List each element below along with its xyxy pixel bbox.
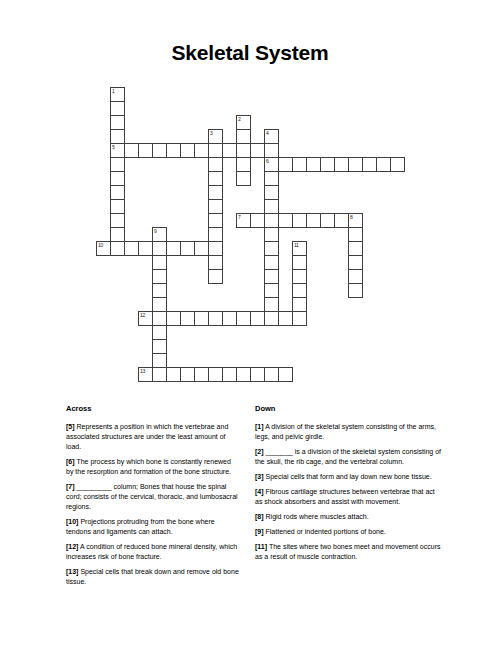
- grid-cell[interactable]: [152, 325, 167, 340]
- word-5-across: [110, 143, 279, 158]
- grid-cell[interactable]: [264, 367, 279, 382]
- clue-number-label: 2: [238, 117, 240, 122]
- grid-cell[interactable]: [138, 143, 153, 158]
- grid-cell[interactable]: [180, 367, 195, 382]
- grid-cell[interactable]: [110, 129, 125, 144]
- clue-text: _______ is a division of the skeletal sy…: [255, 448, 441, 465]
- grid-cell[interactable]: [264, 269, 279, 284]
- grid-cell[interactable]: [152, 367, 167, 382]
- grid-cell[interactable]: [208, 199, 223, 214]
- clue-across-13: [13] Special cells that break down and r…: [66, 567, 240, 587]
- clue-text: Special cells that break down and remove…: [66, 568, 239, 585]
- clue-number-label: 5: [112, 145, 114, 150]
- grid-cell[interactable]: [166, 367, 181, 382]
- grid-cell[interactable]: [264, 143, 279, 158]
- word-8-down: [348, 213, 363, 298]
- grid-cell[interactable]: [124, 241, 139, 256]
- grid-cell[interactable]: [264, 171, 279, 186]
- clue-number-label: 11: [294, 243, 299, 248]
- clue-number-label: 8: [350, 215, 352, 220]
- clue-text: Special cells that form and lay down new…: [266, 473, 432, 480]
- grid-cell[interactable]: [208, 311, 223, 326]
- grid-cell[interactable]: [166, 311, 181, 326]
- grid-cell[interactable]: [152, 241, 167, 256]
- grid-cell[interactable]: [208, 269, 223, 284]
- word-7-across: [236, 213, 363, 228]
- grid-cell[interactable]: [348, 269, 363, 284]
- grid-cell[interactable]: [264, 213, 279, 228]
- grid-cell[interactable]: [264, 311, 279, 326]
- clue-label: [8]: [255, 513, 264, 520]
- clue-text: Flattened or indented portions of bone.: [266, 528, 386, 535]
- clue-label: [13]: [66, 568, 78, 575]
- crossword-grid: 56710121312348911: [96, 87, 406, 383]
- grid-cell[interactable]: [236, 129, 251, 144]
- grid-cell[interactable]: [278, 213, 293, 228]
- clue-number-label: 3: [210, 131, 212, 136]
- grid-cell[interactable]: [208, 213, 223, 228]
- word-9-down: [152, 227, 167, 382]
- grid-cell[interactable]: [180, 311, 195, 326]
- clue-across-12: [12] A condition of reduced bone mineral…: [66, 542, 240, 562]
- grid-cell[interactable]: [208, 367, 223, 382]
- clue-number-label: 13: [140, 369, 145, 374]
- grid-cell[interactable]: [208, 185, 223, 200]
- clue-down-2: [2] _______ is a division of the skeleta…: [255, 447, 443, 467]
- grid-cell[interactable]: [194, 143, 209, 158]
- grid-cell[interactable]: [138, 241, 153, 256]
- grid-cell[interactable]: [348, 157, 363, 172]
- grid-cell[interactable]: [152, 269, 167, 284]
- grid-cell[interactable]: [236, 143, 251, 158]
- grid-cell[interactable]: [348, 227, 363, 242]
- grid-cell[interactable]: [264, 241, 279, 256]
- across-header: Across: [66, 404, 240, 413]
- grid-cell[interactable]: [152, 353, 167, 368]
- grid-cell[interactable]: [152, 311, 167, 326]
- clue-text: Represents a position in which the verte…: [66, 423, 228, 450]
- grid-cell[interactable]: [376, 157, 391, 172]
- grid-cell[interactable]: [180, 241, 195, 256]
- clue-across-7: [7] _________ column; Bones that house t…: [66, 482, 240, 512]
- grid-cell[interactable]: [334, 157, 349, 172]
- grid-cell[interactable]: [292, 297, 307, 312]
- grid-cell[interactable]: [222, 143, 237, 158]
- grid-cell[interactable]: [208, 157, 223, 172]
- clue-text: Fibrous cartilage structures between ver…: [255, 488, 435, 505]
- clue-down-4: [4] Fibrous cartilage structures between…: [255, 487, 443, 507]
- grid-cell[interactable]: [390, 157, 405, 172]
- grid-cell[interactable]: [152, 283, 167, 298]
- grid-cell[interactable]: [306, 213, 321, 228]
- grid-cell[interactable]: [264, 185, 279, 200]
- grid-cell[interactable]: [180, 143, 195, 158]
- clue-across-10: [10] Projections protruding from the bon…: [66, 517, 240, 537]
- grid-cell[interactable]: [110, 213, 125, 228]
- page-title: Skeletal System: [0, 41, 500, 65]
- grid-cell[interactable]: [292, 213, 307, 228]
- grid-cell[interactable]: [250, 143, 265, 158]
- grid-cell[interactable]: [264, 297, 279, 312]
- grid-cell[interactable]: [194, 367, 209, 382]
- word-3-down: [208, 129, 223, 284]
- grid-cell[interactable]: [236, 157, 251, 172]
- grid-cell[interactable]: [278, 367, 293, 382]
- clue-text: _________ column; Bones that house the s…: [66, 483, 238, 510]
- grid-cell[interactable]: [110, 157, 125, 172]
- clue-label: [1]: [255, 423, 264, 430]
- clue-down-1: [1] A division of the skeletal system co…: [255, 422, 443, 442]
- clue-text: Projections protruding from the bone whe…: [66, 518, 215, 535]
- grid-cell[interactable]: [166, 143, 181, 158]
- clue-text: A condition of reduced bone mineral dens…: [66, 543, 237, 560]
- grid-cell[interactable]: [292, 255, 307, 270]
- grid-cell[interactable]: [208, 255, 223, 270]
- clue-across-5: [5] Represents a position in which the v…: [66, 422, 240, 452]
- across-clues-section: Across [5] Represents a position in whic…: [66, 404, 240, 592]
- grid-cell[interactable]: [110, 171, 125, 186]
- clue-down-3: [3] Special cells that form and lay down…: [255, 472, 443, 482]
- grid-cell[interactable]: [264, 255, 279, 270]
- clue-number-label: 4: [266, 131, 268, 136]
- grid-cell[interactable]: [110, 199, 125, 214]
- grid-cell[interactable]: [292, 283, 307, 298]
- clue-text: Rigid rods where muscles attach.: [266, 513, 369, 520]
- grid-cell[interactable]: [110, 241, 125, 256]
- word-2-down: [236, 115, 251, 186]
- grid-cell[interactable]: [348, 255, 363, 270]
- clue-number-label: 12: [140, 313, 145, 318]
- grid-cell[interactable]: [264, 227, 279, 242]
- clue-label: [6]: [66, 458, 75, 465]
- grid-cell[interactable]: [152, 339, 167, 354]
- grid-cell[interactable]: [222, 367, 237, 382]
- clue-label: [7]: [66, 483, 75, 490]
- clue-label: [3]: [255, 473, 264, 480]
- word-11-down: [292, 241, 307, 326]
- grid-cell[interactable]: [306, 157, 321, 172]
- grid-cell[interactable]: [110, 115, 125, 130]
- grid-cell[interactable]: [292, 269, 307, 284]
- word-1-down: [110, 87, 125, 256]
- clue-number-label: 6: [266, 159, 268, 164]
- grid-cell[interactable]: [166, 241, 181, 256]
- clue-number-label: 9: [154, 229, 156, 234]
- grid-cell[interactable]: [124, 143, 139, 158]
- grid-cell[interactable]: [250, 213, 265, 228]
- grid-cell[interactable]: [110, 101, 125, 116]
- grid-cell[interactable]: [250, 367, 265, 382]
- grid-cell[interactable]: [236, 367, 251, 382]
- clue-label: [12]: [66, 543, 78, 550]
- down-clues-section: Down [1] A division of the skeletal syst…: [255, 404, 443, 567]
- grid-cell[interactable]: [208, 171, 223, 186]
- clue-label: [11]: [255, 543, 267, 550]
- clue-label: [9]: [255, 528, 264, 535]
- grid-cell[interactable]: [264, 283, 279, 298]
- grid-cell[interactable]: [236, 311, 251, 326]
- clue-text: The sites where two bones meet and movem…: [255, 543, 440, 560]
- clue-label: [4]: [255, 488, 264, 495]
- clue-text: A division of the skeletal system consis…: [255, 423, 436, 440]
- clue-label: [10]: [66, 518, 78, 525]
- grid-cell[interactable]: [208, 241, 223, 256]
- grid-cell[interactable]: [208, 143, 223, 158]
- clue-across-6: [6] The process by which bone is constan…: [66, 457, 240, 477]
- clue-number-label: 7: [238, 215, 240, 220]
- grid-cell[interactable]: [348, 241, 363, 256]
- grid-cell[interactable]: [208, 227, 223, 242]
- grid-cell[interactable]: [292, 157, 307, 172]
- clue-down-9: [9] Flattened or indented portions of bo…: [255, 527, 443, 537]
- clue-number-label: 10: [98, 243, 103, 248]
- grid-cell[interactable]: [278, 311, 293, 326]
- clue-label: [2]: [255, 448, 264, 455]
- grid-cell[interactable]: [194, 241, 209, 256]
- grid-cell[interactable]: [250, 311, 265, 326]
- grid-cell[interactable]: [320, 157, 335, 172]
- clue-text: The process by which bone is constantly …: [66, 458, 231, 475]
- clue-down-11: [11] The sites where two bones meet and …: [255, 542, 443, 562]
- grid-cell[interactable]: [320, 213, 335, 228]
- grid-cell[interactable]: [194, 311, 209, 326]
- grid-cell[interactable]: [152, 255, 167, 270]
- grid-cell[interactable]: [292, 311, 307, 326]
- grid-cell[interactable]: [110, 185, 125, 200]
- clue-down-8: [8] Rigid rods where muscles attach.: [255, 512, 443, 522]
- grid-cell[interactable]: [110, 227, 125, 242]
- clue-label: [5]: [66, 423, 75, 430]
- grid-cell[interactable]: [278, 157, 293, 172]
- grid-cell[interactable]: [334, 213, 349, 228]
- grid-cell[interactable]: [362, 157, 377, 172]
- grid-cell[interactable]: [236, 171, 251, 186]
- grid-cell[interactable]: [348, 283, 363, 298]
- grid-cell[interactable]: [152, 297, 167, 312]
- clue-number-label: 1: [112, 89, 114, 94]
- word-6-across: [264, 157, 405, 172]
- grid-cell[interactable]: [222, 311, 237, 326]
- grid-cell[interactable]: [152, 143, 167, 158]
- grid-cell[interactable]: [264, 199, 279, 214]
- down-header: Down: [255, 404, 443, 413]
